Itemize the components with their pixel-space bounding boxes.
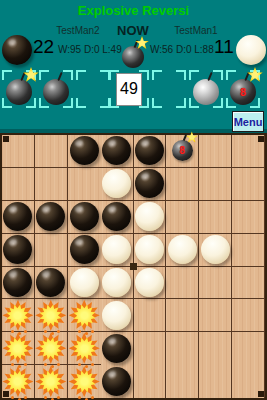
board-cell-r4c2[interactable] — [68, 267, 101, 300]
black-stone — [135, 169, 164, 198]
board-cell-r4c1[interactable] — [35, 267, 68, 300]
white-stone — [135, 235, 164, 264]
board-corner-notch — [3, 391, 9, 397]
bomb-slot — [76, 70, 110, 108]
board-cell-r5c2[interactable] — [68, 299, 101, 332]
bomb-slot[interactable] — [2, 70, 36, 108]
white-stone — [70, 268, 99, 297]
app-title: Explosive Reversi — [0, 3, 267, 18]
board-cell-r5c4[interactable] — [134, 299, 167, 332]
board-cell-r6c7[interactable] — [232, 332, 265, 365]
board-cell-r3c1[interactable] — [35, 234, 68, 267]
black-stone — [3, 202, 32, 231]
board-cell-r0c6[interactable] — [199, 135, 232, 168]
bomb-icon — [6, 79, 32, 105]
board-cell-r0c1[interactable] — [35, 135, 68, 168]
board-cell-r1c6[interactable] — [199, 168, 232, 201]
board-cell-r7c2[interactable] — [68, 365, 101, 398]
silver-bomb-icon — [193, 79, 219, 105]
bomb-slot — [152, 70, 186, 108]
board-cell-r3c0[interactable] — [2, 234, 35, 267]
board-cell-r1c4[interactable] — [134, 168, 167, 201]
white-stone-icon — [236, 35, 266, 65]
board-cell-r1c1[interactable] — [35, 168, 68, 201]
board-cell-r6c3[interactable] — [101, 332, 134, 365]
white-stone — [201, 235, 230, 264]
board-cell-r0c4[interactable] — [134, 135, 167, 168]
board-cell-r2c0[interactable] — [2, 201, 35, 234]
board-cell-r0c5[interactable]: 8 — [166, 135, 199, 168]
board-cell-r3c4[interactable] — [134, 234, 167, 267]
app-window: Explosive Reversi 22 TestMan2 W:95 D:0 L… — [0, 0, 267, 400]
board-corner-notch — [258, 136, 264, 142]
explosion-icon — [35, 333, 66, 364]
explosion-icon — [35, 300, 66, 331]
board-cell-r3c2[interactable] — [68, 234, 101, 267]
bomb-slot[interactable]: 8 — [226, 70, 260, 108]
board-cell-r4c3[interactable] — [101, 267, 134, 300]
bomb-slot[interactable] — [189, 70, 223, 108]
board-cell-r6c1[interactable] — [35, 332, 68, 365]
board-cell-r0c3[interactable] — [101, 135, 134, 168]
board-cell-r6c6[interactable] — [199, 332, 232, 365]
black-player-stats: W:95 D:0 L:49 — [58, 44, 122, 55]
turn-bomb-icon — [122, 46, 144, 68]
board-cell-r4c5[interactable] — [166, 267, 199, 300]
board-cell-r7c6[interactable] — [199, 365, 232, 398]
board-cell-r1c3[interactable] — [101, 168, 134, 201]
board-cell-r4c6[interactable] — [199, 267, 232, 300]
board-cell-r3c3[interactable] — [101, 234, 134, 267]
white-bomb-tray: 8 — [152, 70, 260, 108]
spark-icon — [135, 36, 149, 50]
move-number: 49 — [116, 73, 142, 106]
move-number-slot: 49 — [109, 70, 149, 108]
explosion-icon — [69, 300, 100, 331]
board-cell-r7c5[interactable] — [166, 365, 199, 398]
black-stone — [102, 367, 131, 396]
black-stone — [135, 136, 164, 165]
black-stone — [102, 202, 131, 231]
black-stone — [36, 268, 65, 297]
white-player-stats: W:56 D:0 L:88 — [150, 44, 214, 55]
board-corner-notch — [258, 391, 264, 397]
board-cell-r5c5[interactable] — [166, 299, 199, 332]
black-stone — [70, 136, 99, 165]
white-stone — [102, 268, 131, 297]
board-cell-r0c2[interactable] — [68, 135, 101, 168]
board-cell-r1c2[interactable] — [68, 168, 101, 201]
menu-button[interactable]: Menu — [232, 111, 264, 132]
black-stone — [102, 136, 131, 165]
bomb-slot[interactable] — [39, 70, 73, 108]
bomb-icon — [43, 79, 69, 105]
black-score: 22 — [33, 36, 54, 58]
board-cell-r7c3[interactable] — [101, 365, 134, 398]
board-cell-r5c3[interactable] — [101, 299, 134, 332]
spark-icon — [23, 67, 39, 83]
board-cell-r6c0[interactable] — [2, 332, 35, 365]
board-cell-r2c2[interactable] — [68, 201, 101, 234]
board-cell-r2c7[interactable] — [232, 201, 265, 234]
bomb-timer-digit: 8 — [230, 79, 256, 105]
white-player-disc — [236, 35, 266, 65]
black-bomb-tray — [2, 70, 110, 108]
white-stone — [102, 169, 131, 198]
board-cell-r2c5[interactable] — [166, 201, 199, 234]
explosion-icon — [2, 300, 33, 331]
white-stone — [135, 202, 164, 231]
board-cell-r6c2[interactable] — [68, 332, 101, 365]
board-corner-notch — [3, 136, 9, 142]
board-cell-r7c4[interactable] — [134, 365, 167, 398]
board: 8 — [0, 133, 267, 400]
black-stone — [70, 202, 99, 231]
board-cell-r2c4[interactable] — [134, 201, 167, 234]
board-cell-r1c0[interactable] — [2, 168, 35, 201]
black-stone — [70, 235, 99, 264]
board-cell-r5c0[interactable] — [2, 299, 35, 332]
board-cell-r7c1[interactable] — [35, 365, 68, 398]
explosion-icon — [2, 333, 33, 364]
board-cell-r5c1[interactable] — [35, 299, 68, 332]
bomb-timer-digit: 8 — [172, 140, 193, 161]
white-stone — [102, 301, 131, 330]
board-cell-r4c0[interactable] — [2, 267, 35, 300]
board-cell-r2c1[interactable] — [35, 201, 68, 234]
explosion-icon — [69, 366, 100, 397]
white-stone — [168, 235, 197, 264]
white-stone — [135, 268, 164, 297]
board-cell-r5c6[interactable] — [199, 299, 232, 332]
black-stone-icon — [2, 35, 32, 65]
board-cell-r2c6[interactable] — [199, 201, 232, 234]
white-player-name: TestMan1 — [154, 25, 238, 36]
timer-bomb-icon: 8 — [172, 140, 193, 161]
white-score: 11 — [214, 36, 234, 58]
board-cell-r3c5[interactable] — [166, 234, 199, 267]
board-cell-r4c7[interactable] — [232, 267, 265, 300]
board-cell-r6c4[interactable] — [134, 332, 167, 365]
board-cell-r1c7[interactable] — [232, 168, 265, 201]
black-player-disc — [2, 35, 32, 65]
board-cell-r4c4[interactable] — [134, 267, 167, 300]
explosion-icon — [35, 366, 66, 397]
explosion-icon — [69, 333, 100, 364]
timer-bomb-icon: 8 — [230, 79, 256, 105]
board-cell-r1c5[interactable] — [166, 168, 199, 201]
board-cell-r5c7[interactable] — [232, 299, 265, 332]
board-center-marker — [130, 263, 137, 270]
board-cell-r3c7[interactable] — [232, 234, 265, 267]
board-cell-r3c6[interactable] — [199, 234, 232, 267]
board-cell-r6c5[interactable] — [166, 332, 199, 365]
white-stone — [102, 235, 131, 264]
black-stone — [102, 334, 131, 363]
black-stone — [3, 268, 32, 297]
black-stone — [3, 235, 32, 264]
board-cell-r2c3[interactable] — [101, 201, 134, 234]
black-stone — [36, 202, 65, 231]
